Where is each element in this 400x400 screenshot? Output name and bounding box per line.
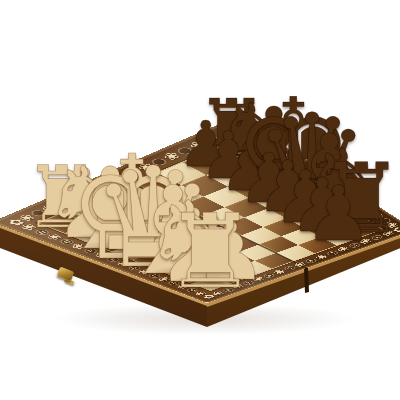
piece-light-rook[interactable]: ♜ (108, 201, 313, 304)
product-photo-scene: ✿✿✿✿❀❀❀❀❀❀❀❀❀❀❀❀❀❀❀❀❀❀❀❀❀❀❀❀❀❀❀❀❀❀❀❀❀❀❀❀… (0, 0, 400, 400)
